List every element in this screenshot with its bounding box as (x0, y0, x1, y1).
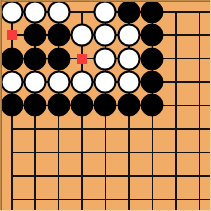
black-stone (117, 94, 140, 117)
intersection-r6c4[interactable] (70, 117, 93, 140)
intersection-r4c8[interactable] (164, 70, 187, 93)
intersection-r9c6[interactable] (117, 188, 140, 211)
intersection-r4c1[interactable] (0, 70, 23, 93)
intersection-r2c7[interactable] (141, 23, 164, 46)
intersection-r3c5[interactable] (94, 47, 117, 70)
white-stone (0, 71, 23, 94)
intersection-r7c8[interactable] (164, 141, 187, 164)
intersection-r6c7[interactable] (141, 117, 164, 140)
white-stone (94, 47, 117, 70)
intersection-r5c1[interactable] (0, 94, 23, 117)
intersection-r4c2[interactable] (23, 70, 46, 93)
black-stone (0, 94, 23, 117)
intersection-r1c1[interactable] (0, 0, 23, 23)
intersection-r2c1[interactable] (0, 23, 23, 46)
red-square-marker (7, 30, 17, 40)
intersection-r8c8[interactable] (164, 164, 187, 187)
intersection-r3c4[interactable] (70, 47, 93, 70)
intersection-r1c9[interactable] (188, 0, 211, 23)
intersection-r1c2[interactable] (23, 0, 46, 23)
intersection-r3c3[interactable] (47, 47, 70, 70)
white-stone (94, 24, 117, 47)
intersection-r7c2[interactable] (23, 141, 46, 164)
intersection-r9c3[interactable] (47, 188, 70, 211)
white-stone (117, 47, 140, 70)
white-stone (47, 71, 70, 94)
intersection-r7c3[interactable] (47, 141, 70, 164)
intersection-r1c6[interactable] (117, 0, 140, 23)
white-stone (47, 0, 70, 23)
intersection-r2c5[interactable] (94, 23, 117, 46)
black-stone (141, 47, 164, 70)
black-stone (141, 24, 164, 47)
black-stone (141, 0, 164, 23)
intersection-r5c7[interactable] (141, 94, 164, 117)
intersection-r4c7[interactable] (141, 70, 164, 93)
intersection-r8c4[interactable] (70, 164, 93, 187)
intersection-r2c6[interactable] (117, 23, 140, 46)
intersection-r5c5[interactable] (94, 94, 117, 117)
intersection-r9c9[interactable] (188, 188, 211, 211)
black-stone (71, 94, 94, 117)
intersection-r3c9[interactable] (188, 47, 211, 70)
intersection-r7c4[interactable] (70, 141, 93, 164)
black-stone (117, 0, 140, 23)
intersection-r1c3[interactable] (47, 0, 70, 23)
intersection-r6c5[interactable] (94, 117, 117, 140)
intersection-r5c6[interactable] (117, 94, 140, 117)
black-stone (0, 47, 23, 70)
intersection-r5c2[interactable] (23, 94, 46, 117)
white-stone (117, 71, 140, 94)
intersection-r5c3[interactable] (47, 94, 70, 117)
intersection-r8c1[interactable] (0, 164, 23, 187)
white-stone (117, 24, 140, 47)
white-stone (24, 0, 47, 23)
intersection-r2c3[interactable] (47, 23, 70, 46)
intersection-r4c6[interactable] (117, 70, 140, 93)
intersection-r4c5[interactable] (94, 70, 117, 93)
intersection-r9c7[interactable] (141, 188, 164, 211)
intersection-r3c8[interactable] (164, 47, 187, 70)
intersection-r8c5[interactable] (94, 164, 117, 187)
intersection-r3c7[interactable] (141, 47, 164, 70)
intersection-r4c4[interactable] (70, 70, 93, 93)
intersection-r5c9[interactable] (188, 94, 211, 117)
intersection-r9c1[interactable] (0, 188, 23, 211)
intersection-r1c8[interactable] (164, 0, 187, 23)
intersection-r8c2[interactable] (23, 164, 46, 187)
intersection-r3c1[interactable] (0, 47, 23, 70)
black-stone (24, 24, 47, 47)
intersection-r6c1[interactable] (0, 117, 23, 140)
black-stone (141, 94, 164, 117)
intersection-r2c8[interactable] (164, 23, 187, 46)
white-stone (71, 24, 94, 47)
intersection-r5c4[interactable] (70, 94, 93, 117)
intersection-r9c5[interactable] (94, 188, 117, 211)
white-stone (0, 0, 23, 23)
intersection-r4c3[interactable] (47, 70, 70, 93)
black-stone (94, 94, 117, 117)
intersection-r1c5[interactable] (94, 0, 117, 23)
intersection-r2c4[interactable] (70, 23, 93, 46)
intersection-r5c8[interactable] (164, 94, 187, 117)
intersection-r8c7[interactable] (141, 164, 164, 187)
intersection-r8c6[interactable] (117, 164, 140, 187)
black-stone (24, 47, 47, 70)
white-stone (94, 0, 117, 23)
intersection-r6c8[interactable] (164, 117, 187, 140)
go-board (0, 0, 211, 211)
intersection-r9c2[interactable] (23, 188, 46, 211)
intersection-r6c9[interactable] (188, 117, 211, 140)
intersection-r7c1[interactable] (0, 141, 23, 164)
intersection-r7c5[interactable] (94, 141, 117, 164)
intersection-r3c6[interactable] (117, 47, 140, 70)
intersection-r1c7[interactable] (141, 0, 164, 23)
intersection-r7c6[interactable] (117, 141, 140, 164)
red-square-marker (77, 54, 87, 64)
white-stone (24, 71, 47, 94)
intersection-r2c9[interactable] (188, 23, 211, 46)
black-stone (47, 24, 70, 47)
intersection-r1c4[interactable] (70, 0, 93, 23)
black-stone (24, 94, 47, 117)
intersection-r6c2[interactable] (23, 117, 46, 140)
intersection-r7c7[interactable] (141, 141, 164, 164)
intersection-r7c9[interactable] (188, 141, 211, 164)
black-stone (141, 71, 164, 94)
intersection-r9c4[interactable] (70, 188, 93, 211)
intersection-r8c9[interactable] (188, 164, 211, 187)
white-stone (94, 71, 117, 94)
intersection-r2c2[interactable] (23, 23, 46, 46)
white-stone (71, 71, 94, 94)
intersection-r9c8[interactable] (164, 188, 187, 211)
intersection-r6c3[interactable] (47, 117, 70, 140)
intersection-r6c6[interactable] (117, 117, 140, 140)
go-board-grid (0, 0, 211, 211)
intersection-r3c2[interactable] (23, 47, 46, 70)
black-stone (47, 94, 70, 117)
black-stone (47, 47, 70, 70)
intersection-r8c3[interactable] (47, 164, 70, 187)
intersection-r4c9[interactable] (188, 70, 211, 93)
